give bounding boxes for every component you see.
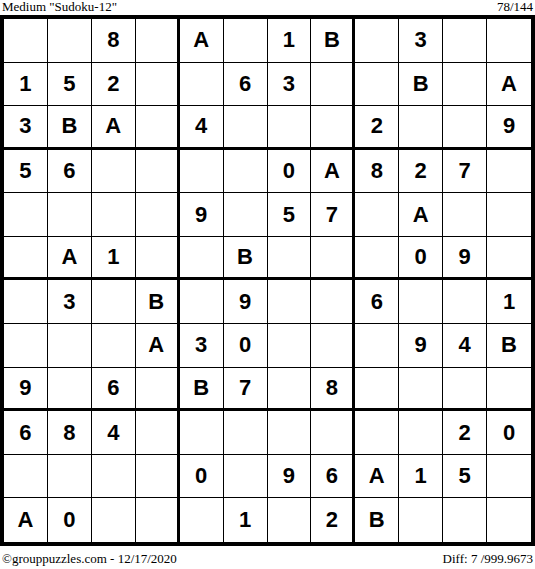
- cell-r3c8[interactable]: [311, 106, 355, 150]
- cell-r6c5[interactable]: [180, 237, 224, 281]
- cell-r5c4[interactable]: [136, 193, 180, 237]
- cell-r10c6[interactable]: [224, 411, 268, 455]
- cell-r8c5: 3: [180, 324, 224, 368]
- cell-r8c10: 9: [399, 324, 443, 368]
- cell-r1c2[interactable]: [48, 19, 92, 63]
- cell-r1c10: 3: [399, 19, 443, 63]
- sudoku-grid: 8A1B315263BA3BA429560A827957AA1B093B961A…: [0, 15, 535, 546]
- cell-r1c5: A: [180, 19, 224, 63]
- cell-r5c8: 7: [311, 193, 355, 237]
- cell-r2c12: A: [487, 63, 531, 107]
- cell-r5c1[interactable]: [4, 193, 48, 237]
- cell-r12c9: B: [355, 498, 399, 542]
- cell-r12c1: A: [4, 498, 48, 542]
- cell-r4c8: A: [311, 150, 355, 194]
- cell-r9c6: 7: [224, 368, 268, 412]
- cell-r6c9[interactable]: [355, 237, 399, 281]
- cell-r5c2[interactable]: [48, 193, 92, 237]
- cell-r5c11[interactable]: [443, 193, 487, 237]
- footer: ©grouppuzzles.com - 12/17/2020 Diff: 7 /…: [0, 546, 535, 569]
- cell-r1c7: 1: [268, 19, 312, 63]
- cell-r1c3: 8: [92, 19, 136, 63]
- cell-r4c7: 0: [268, 150, 312, 194]
- cell-r4c2: 6: [48, 150, 92, 194]
- cell-r5c5: 9: [180, 193, 224, 237]
- cell-r11c2[interactable]: [48, 455, 92, 499]
- cell-r6c1[interactable]: [4, 237, 48, 281]
- cell-r4c1: 5: [4, 150, 48, 194]
- cell-r2c7: 3: [268, 63, 312, 107]
- cell-r8c7[interactable]: [268, 324, 312, 368]
- cell-r11c9: A: [355, 455, 399, 499]
- cell-r2c1: 1: [4, 63, 48, 107]
- cell-r2c4[interactable]: [136, 63, 180, 107]
- cell-r2c10: B: [399, 63, 443, 107]
- cell-r9c4[interactable]: [136, 368, 180, 412]
- cell-r5c12[interactable]: [487, 193, 531, 237]
- cell-r4c10: 2: [399, 150, 443, 194]
- cell-r3c5: 4: [180, 106, 224, 150]
- cell-r1c8: B: [311, 19, 355, 63]
- cell-r11c8: 6: [311, 455, 355, 499]
- cell-r4c9: 8: [355, 150, 399, 194]
- cell-r12c7[interactable]: [268, 498, 312, 542]
- cell-r5c6[interactable]: [224, 193, 268, 237]
- header: Medium "Sudoku-12" 78/144: [0, 0, 535, 15]
- cell-r11c10: 1: [399, 455, 443, 499]
- cell-r7c2: 3: [48, 280, 92, 324]
- cell-r12c6: 1: [224, 498, 268, 542]
- cell-r8c6: 0: [224, 324, 268, 368]
- cell-r5c3[interactable]: [92, 193, 136, 237]
- cell-r10c1: 6: [4, 411, 48, 455]
- cell-r1c11[interactable]: [443, 19, 487, 63]
- cell-r11c7: 9: [268, 455, 312, 499]
- cell-r11c6[interactable]: [224, 455, 268, 499]
- cell-r6c8[interactable]: [311, 237, 355, 281]
- cell-r12c11[interactable]: [443, 498, 487, 542]
- cell-r4c6[interactable]: [224, 150, 268, 194]
- cell-r9c1: 9: [4, 368, 48, 412]
- cell-r7c8[interactable]: [311, 280, 355, 324]
- cell-r9c9[interactable]: [355, 368, 399, 412]
- cell-r7c9: 6: [355, 280, 399, 324]
- cell-r11c4[interactable]: [136, 455, 180, 499]
- cell-r3c2: B: [48, 106, 92, 150]
- cell-r4c3[interactable]: [92, 150, 136, 194]
- cell-r11c11: 5: [443, 455, 487, 499]
- cell-r12c3[interactable]: [92, 498, 136, 542]
- cell-r3c3: A: [92, 106, 136, 150]
- cell-r7c4: B: [136, 280, 180, 324]
- cell-r4c5[interactable]: [180, 150, 224, 194]
- cell-r2c5[interactable]: [180, 63, 224, 107]
- cell-r10c7[interactable]: [268, 411, 312, 455]
- cell-r7c5[interactable]: [180, 280, 224, 324]
- cell-r10c11: 2: [443, 411, 487, 455]
- cell-r9c11[interactable]: [443, 368, 487, 412]
- cell-r12c12[interactable]: [487, 498, 531, 542]
- cell-r11c3[interactable]: [92, 455, 136, 499]
- puzzle-page: Medium "Sudoku-12" 78/144 8A1B315263BA3B…: [0, 0, 535, 569]
- cell-r3c10[interactable]: [399, 106, 443, 150]
- cell-r1c4[interactable]: [136, 19, 180, 63]
- cell-r12c5[interactable]: [180, 498, 224, 542]
- cell-r11c5: 0: [180, 455, 224, 499]
- cell-r11c12[interactable]: [487, 455, 531, 499]
- cell-r10c4[interactable]: [136, 411, 180, 455]
- cell-r6c2: A: [48, 237, 92, 281]
- cell-r8c8[interactable]: [311, 324, 355, 368]
- cell-r2c3: 2: [92, 63, 136, 107]
- cell-r10c10[interactable]: [399, 411, 443, 455]
- cell-r9c2[interactable]: [48, 368, 92, 412]
- cell-r2c11[interactable]: [443, 63, 487, 107]
- cell-r1c6[interactable]: [224, 19, 268, 63]
- cell-r3c4[interactable]: [136, 106, 180, 150]
- cell-r6c12[interactable]: [487, 237, 531, 281]
- cell-r7c6: 9: [224, 280, 268, 324]
- cell-r12c10[interactable]: [399, 498, 443, 542]
- cell-r3c11[interactable]: [443, 106, 487, 150]
- cell-r9c3: 6: [92, 368, 136, 412]
- cell-r3c12: 9: [487, 106, 531, 150]
- cell-r9c10[interactable]: [399, 368, 443, 412]
- cell-r8c2[interactable]: [48, 324, 92, 368]
- copyright-text: ©grouppuzzles.com - 12/17/2020: [2, 551, 177, 567]
- cell-r8c12: B: [487, 324, 531, 368]
- cell-r2c6: 6: [224, 63, 268, 107]
- cell-r2c2: 5: [48, 63, 92, 107]
- cell-r7c11[interactable]: [443, 280, 487, 324]
- cell-r9c5: B: [180, 368, 224, 412]
- cell-r9c8: 8: [311, 368, 355, 412]
- cell-r10c2: 8: [48, 411, 92, 455]
- cell-r1c1[interactable]: [4, 19, 48, 63]
- puzzle-title: Medium "Sudoku-12": [2, 0, 117, 14]
- difficulty-text: Diff: 7 /999.9673: [443, 551, 533, 567]
- cell-r5c9[interactable]: [355, 193, 399, 237]
- cell-r2c8[interactable]: [311, 63, 355, 107]
- cell-r6c3: 1: [92, 237, 136, 281]
- cell-r10c5[interactable]: [180, 411, 224, 455]
- cell-r10c3: 4: [92, 411, 136, 455]
- cell-r1c12[interactable]: [487, 19, 531, 63]
- cell-r7c10[interactable]: [399, 280, 443, 324]
- cell-r4c4[interactable]: [136, 150, 180, 194]
- cell-r2c9[interactable]: [355, 63, 399, 107]
- cell-r6c7[interactable]: [268, 237, 312, 281]
- cell-r11c1[interactable]: [4, 455, 48, 499]
- cell-r8c9[interactable]: [355, 324, 399, 368]
- puzzle-counter: 78/144: [497, 0, 533, 14]
- cell-r12c2: 0: [48, 498, 92, 542]
- cell-r4c11: 7: [443, 150, 487, 194]
- cell-r3c6[interactable]: [224, 106, 268, 150]
- cell-r12c8: 2: [311, 498, 355, 542]
- cell-r1c9[interactable]: [355, 19, 399, 63]
- cell-r6c11: 9: [443, 237, 487, 281]
- cell-r3c9: 2: [355, 106, 399, 150]
- cell-r8c3[interactable]: [92, 324, 136, 368]
- cell-r12c4[interactable]: [136, 498, 180, 542]
- cell-r3c7[interactable]: [268, 106, 312, 150]
- cell-r5c10: A: [399, 193, 443, 237]
- cell-r10c8[interactable]: [311, 411, 355, 455]
- cell-r5c7: 5: [268, 193, 312, 237]
- cell-r7c3[interactable]: [92, 280, 136, 324]
- cell-r7c7[interactable]: [268, 280, 312, 324]
- cell-r8c4: A: [136, 324, 180, 368]
- cell-r7c12: 1: [487, 280, 531, 324]
- cell-r9c12[interactable]: [487, 368, 531, 412]
- cell-r6c6: B: [224, 237, 268, 281]
- cell-r6c10: 0: [399, 237, 443, 281]
- cell-r4c12[interactable]: [487, 150, 531, 194]
- cell-r10c9[interactable]: [355, 411, 399, 455]
- cell-r8c11: 4: [443, 324, 487, 368]
- cell-r6c4[interactable]: [136, 237, 180, 281]
- cell-r8c1[interactable]: [4, 324, 48, 368]
- cell-r7c1[interactable]: [4, 280, 48, 324]
- cell-r10c12: 0: [487, 411, 531, 455]
- cell-r9c7[interactable]: [268, 368, 312, 412]
- cell-r3c1: 3: [4, 106, 48, 150]
